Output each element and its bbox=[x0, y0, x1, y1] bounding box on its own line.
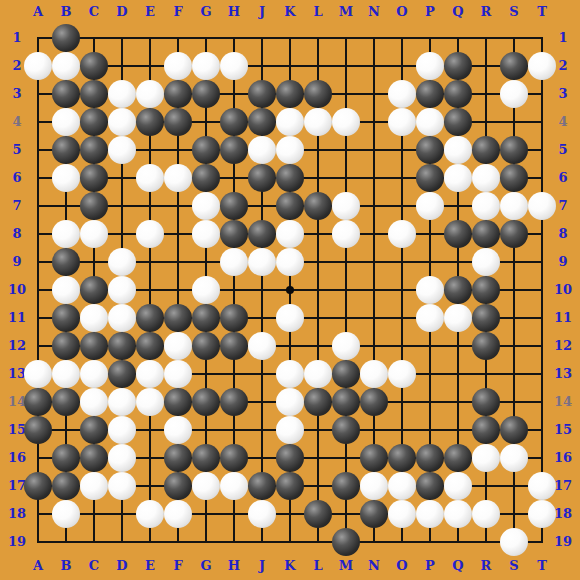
stone-black: ● bbox=[220, 136, 248, 164]
stone-white: ○ bbox=[108, 80, 136, 108]
stone-white: ○ bbox=[276, 136, 304, 164]
stone-black: ● bbox=[164, 472, 192, 500]
stone-black: ● bbox=[444, 52, 472, 80]
col-label-bottom-L: L bbox=[304, 556, 332, 576]
stone-black: ● bbox=[360, 388, 388, 416]
stone-black: ● bbox=[52, 388, 80, 416]
stone-black: ● bbox=[472, 220, 500, 248]
col-label-bottom-M: M bbox=[332, 556, 360, 576]
stone-white: ○ bbox=[276, 416, 304, 444]
stone-black: ● bbox=[472, 276, 500, 304]
stone-white: ○ bbox=[472, 248, 500, 276]
col-label-top-A: A bbox=[24, 2, 52, 22]
col-label-top-B: B bbox=[52, 2, 80, 22]
col-label-top-J: J bbox=[248, 2, 276, 22]
stone-black: ● bbox=[304, 388, 332, 416]
stone-white: ○ bbox=[472, 192, 500, 220]
stone-white: ○ bbox=[136, 220, 164, 248]
col-label-bottom-G: G bbox=[192, 556, 220, 576]
stone-black: ● bbox=[24, 388, 52, 416]
stone-black: ● bbox=[164, 304, 192, 332]
col-label-top-L: L bbox=[304, 2, 332, 22]
row-label-right-5: 5 bbox=[548, 140, 578, 160]
stone-white: ○ bbox=[52, 360, 80, 388]
row-label-left-7: 7 bbox=[2, 196, 32, 216]
stone-white: ○ bbox=[528, 192, 556, 220]
col-label-bottom-D: D bbox=[108, 556, 136, 576]
row-label-left-9: 9 bbox=[2, 252, 32, 272]
col-label-bottom-E: E bbox=[136, 556, 164, 576]
col-label-bottom-C: C bbox=[80, 556, 108, 576]
row-label-left-6: 6 bbox=[2, 168, 32, 188]
stone-black: ● bbox=[164, 444, 192, 472]
stone-black: ● bbox=[500, 136, 528, 164]
stone-white: ○ bbox=[388, 108, 416, 136]
grid-line-vertical bbox=[541, 37, 543, 543]
stone-white: ○ bbox=[416, 108, 444, 136]
stone-white: ○ bbox=[164, 52, 192, 80]
stone-white: ○ bbox=[80, 472, 108, 500]
stone-black: ● bbox=[52, 304, 80, 332]
stone-black: ● bbox=[108, 360, 136, 388]
stone-white: ○ bbox=[276, 248, 304, 276]
row-label-right-6: 6 bbox=[548, 168, 578, 188]
stone-black: ● bbox=[472, 136, 500, 164]
col-label-bottom-Q: Q bbox=[444, 556, 472, 576]
stone-black: ● bbox=[360, 444, 388, 472]
col-label-top-H: H bbox=[220, 2, 248, 22]
stone-black: ● bbox=[108, 332, 136, 360]
col-label-top-T: T bbox=[528, 2, 556, 22]
row-label-right-1: 1 bbox=[548, 28, 578, 48]
stone-white: ○ bbox=[500, 528, 528, 556]
stone-black: ● bbox=[52, 80, 80, 108]
stone-white: ○ bbox=[220, 248, 248, 276]
stone-black: ● bbox=[80, 164, 108, 192]
stone-black: ● bbox=[332, 528, 360, 556]
stone-white: ○ bbox=[108, 276, 136, 304]
stone-white: ○ bbox=[304, 108, 332, 136]
stone-white: ○ bbox=[192, 192, 220, 220]
stone-white: ○ bbox=[332, 332, 360, 360]
stone-white: ○ bbox=[360, 472, 388, 500]
row-label-right-16: 16 bbox=[548, 448, 578, 468]
stone-black: ● bbox=[416, 136, 444, 164]
stone-black: ● bbox=[472, 304, 500, 332]
stone-black: ● bbox=[136, 332, 164, 360]
stone-white: ○ bbox=[248, 248, 276, 276]
col-label-top-O: O bbox=[388, 2, 416, 22]
stone-white: ○ bbox=[108, 472, 136, 500]
stone-black: ● bbox=[472, 388, 500, 416]
stone-white: ○ bbox=[248, 500, 276, 528]
stone-white: ○ bbox=[136, 388, 164, 416]
row-label-left-12: 12 bbox=[2, 336, 32, 356]
col-label-top-G: G bbox=[192, 2, 220, 22]
stone-white: ○ bbox=[52, 52, 80, 80]
stone-black: ● bbox=[220, 388, 248, 416]
stone-black: ● bbox=[276, 444, 304, 472]
row-label-right-10: 10 bbox=[548, 280, 578, 300]
stone-white: ○ bbox=[108, 108, 136, 136]
stone-black: ● bbox=[220, 192, 248, 220]
stone-white: ○ bbox=[276, 108, 304, 136]
stone-black: ● bbox=[416, 164, 444, 192]
stone-black: ● bbox=[220, 108, 248, 136]
stone-white: ○ bbox=[192, 52, 220, 80]
row-label-left-3: 3 bbox=[2, 84, 32, 104]
col-label-bottom-R: R bbox=[472, 556, 500, 576]
col-label-bottom-A: A bbox=[24, 556, 52, 576]
stone-white: ○ bbox=[388, 500, 416, 528]
stone-white: ○ bbox=[136, 164, 164, 192]
col-label-top-K: K bbox=[276, 2, 304, 22]
stone-white: ○ bbox=[500, 80, 528, 108]
row-label-right-4: 4 bbox=[548, 112, 578, 132]
stone-black: ● bbox=[52, 136, 80, 164]
stone-white: ○ bbox=[52, 276, 80, 304]
stone-black: ● bbox=[192, 444, 220, 472]
stone-black: ● bbox=[500, 164, 528, 192]
row-label-right-11: 11 bbox=[548, 308, 578, 328]
stone-black: ● bbox=[332, 416, 360, 444]
stone-white: ○ bbox=[444, 164, 472, 192]
stone-black: ● bbox=[24, 416, 52, 444]
stone-white: ○ bbox=[136, 360, 164, 388]
stone-black: ● bbox=[500, 220, 528, 248]
stone-black: ● bbox=[220, 332, 248, 360]
stone-white: ○ bbox=[80, 388, 108, 416]
stone-black: ● bbox=[276, 80, 304, 108]
stone-black: ● bbox=[80, 192, 108, 220]
stone-black: ● bbox=[360, 500, 388, 528]
stone-white: ○ bbox=[52, 108, 80, 136]
star-point bbox=[286, 286, 294, 294]
stone-white: ○ bbox=[192, 220, 220, 248]
stone-black: ● bbox=[304, 192, 332, 220]
stone-white: ○ bbox=[416, 304, 444, 332]
stone-black: ● bbox=[248, 80, 276, 108]
stone-black: ● bbox=[416, 472, 444, 500]
stone-black: ● bbox=[304, 500, 332, 528]
col-label-bottom-K: K bbox=[276, 556, 304, 576]
stone-black: ● bbox=[192, 80, 220, 108]
stone-white: ○ bbox=[528, 52, 556, 80]
row-label-left-16: 16 bbox=[2, 448, 32, 468]
stone-black: ● bbox=[220, 444, 248, 472]
stone-white: ○ bbox=[220, 472, 248, 500]
stone-black: ● bbox=[388, 444, 416, 472]
stone-black: ● bbox=[416, 444, 444, 472]
stone-black: ● bbox=[192, 332, 220, 360]
stone-white: ○ bbox=[248, 136, 276, 164]
stone-black: ● bbox=[332, 360, 360, 388]
stone-white: ○ bbox=[164, 164, 192, 192]
stone-white: ○ bbox=[24, 360, 52, 388]
stone-white: ○ bbox=[444, 304, 472, 332]
stone-white: ○ bbox=[164, 500, 192, 528]
stone-white: ○ bbox=[388, 220, 416, 248]
stone-black: ● bbox=[444, 220, 472, 248]
stone-white: ○ bbox=[416, 192, 444, 220]
stone-white: ○ bbox=[108, 304, 136, 332]
col-label-bottom-F: F bbox=[164, 556, 192, 576]
stone-white: ○ bbox=[472, 500, 500, 528]
row-label-right-12: 12 bbox=[548, 336, 578, 356]
stone-white: ○ bbox=[108, 136, 136, 164]
stone-black: ● bbox=[248, 220, 276, 248]
col-label-top-S: S bbox=[500, 2, 528, 22]
row-label-left-19: 19 bbox=[2, 532, 32, 552]
col-label-bottom-S: S bbox=[500, 556, 528, 576]
stone-white: ○ bbox=[52, 164, 80, 192]
stone-black: ● bbox=[136, 304, 164, 332]
col-label-top-Q: Q bbox=[444, 2, 472, 22]
row-label-left-1: 1 bbox=[2, 28, 32, 48]
stone-black: ● bbox=[500, 52, 528, 80]
stone-black: ● bbox=[80, 108, 108, 136]
col-label-bottom-B: B bbox=[52, 556, 80, 576]
stone-white: ○ bbox=[248, 332, 276, 360]
stone-black: ● bbox=[248, 164, 276, 192]
stone-white: ○ bbox=[332, 192, 360, 220]
stone-black: ● bbox=[164, 388, 192, 416]
stone-white: ○ bbox=[360, 360, 388, 388]
col-label-bottom-J: J bbox=[248, 556, 276, 576]
stone-white: ○ bbox=[472, 444, 500, 472]
stone-white: ○ bbox=[164, 360, 192, 388]
stone-white: ○ bbox=[24, 52, 52, 80]
stone-white: ○ bbox=[388, 360, 416, 388]
stone-white: ○ bbox=[136, 500, 164, 528]
col-label-bottom-O: O bbox=[388, 556, 416, 576]
stone-black: ● bbox=[192, 304, 220, 332]
stone-white: ○ bbox=[500, 444, 528, 472]
stone-black: ● bbox=[304, 80, 332, 108]
row-label-right-13: 13 bbox=[548, 364, 578, 384]
stone-white: ○ bbox=[164, 416, 192, 444]
stone-black: ● bbox=[164, 108, 192, 136]
stone-white: ○ bbox=[192, 276, 220, 304]
col-label-top-D: D bbox=[108, 2, 136, 22]
stone-black: ● bbox=[52, 248, 80, 276]
stone-white: ○ bbox=[52, 220, 80, 248]
stone-white: ○ bbox=[108, 416, 136, 444]
col-label-top-P: P bbox=[416, 2, 444, 22]
stone-black: ● bbox=[52, 24, 80, 52]
col-label-bottom-H: H bbox=[220, 556, 248, 576]
stone-black: ● bbox=[192, 164, 220, 192]
row-label-right-3: 3 bbox=[548, 84, 578, 104]
stone-white: ○ bbox=[108, 444, 136, 472]
col-label-top-N: N bbox=[360, 2, 388, 22]
stone-white: ○ bbox=[332, 108, 360, 136]
stone-black: ● bbox=[220, 304, 248, 332]
grid-line-horizontal bbox=[37, 541, 543, 543]
stone-white: ○ bbox=[276, 304, 304, 332]
row-label-left-8: 8 bbox=[2, 224, 32, 244]
stone-white: ○ bbox=[444, 472, 472, 500]
col-label-top-E: E bbox=[136, 2, 164, 22]
stone-white: ○ bbox=[304, 360, 332, 388]
stone-white: ○ bbox=[444, 136, 472, 164]
stone-black: ● bbox=[220, 220, 248, 248]
stone-white: ○ bbox=[136, 80, 164, 108]
stone-black: ● bbox=[80, 80, 108, 108]
stone-black: ● bbox=[332, 388, 360, 416]
stone-black: ● bbox=[444, 444, 472, 472]
stone-black: ● bbox=[80, 444, 108, 472]
row-label-left-18: 18 bbox=[2, 504, 32, 524]
row-label-right-8: 8 bbox=[548, 224, 578, 244]
stone-black: ● bbox=[80, 276, 108, 304]
stone-white: ○ bbox=[388, 472, 416, 500]
stone-black: ● bbox=[80, 332, 108, 360]
col-label-bottom-T: T bbox=[528, 556, 556, 576]
col-label-top-C: C bbox=[80, 2, 108, 22]
stone-white: ○ bbox=[220, 52, 248, 80]
stone-white: ○ bbox=[500, 192, 528, 220]
stone-black: ● bbox=[248, 472, 276, 500]
stone-white: ○ bbox=[444, 500, 472, 528]
stone-white: ○ bbox=[80, 220, 108, 248]
col-label-top-M: M bbox=[332, 2, 360, 22]
stone-white: ○ bbox=[276, 220, 304, 248]
stone-black: ● bbox=[80, 136, 108, 164]
stone-white: ○ bbox=[528, 472, 556, 500]
row-label-left-11: 11 bbox=[2, 308, 32, 328]
stone-white: ○ bbox=[276, 360, 304, 388]
stone-white: ○ bbox=[164, 332, 192, 360]
stone-white: ○ bbox=[332, 220, 360, 248]
stone-black: ● bbox=[80, 52, 108, 80]
stone-black: ● bbox=[472, 416, 500, 444]
stone-white: ○ bbox=[416, 500, 444, 528]
stone-black: ● bbox=[192, 388, 220, 416]
stone-white: ○ bbox=[416, 52, 444, 80]
stone-white: ○ bbox=[108, 248, 136, 276]
stone-black: ● bbox=[276, 164, 304, 192]
stone-white: ○ bbox=[108, 388, 136, 416]
row-label-right-14: 14 bbox=[548, 392, 578, 412]
stone-black: ● bbox=[24, 472, 52, 500]
stone-black: ● bbox=[192, 136, 220, 164]
row-label-right-9: 9 bbox=[548, 252, 578, 272]
stone-black: ● bbox=[52, 332, 80, 360]
col-label-bottom-N: N bbox=[360, 556, 388, 576]
row-label-left-4: 4 bbox=[2, 112, 32, 132]
col-label-bottom-P: P bbox=[416, 556, 444, 576]
go-board-app: AABBCCDDEEFFGGHHJJKKLLMMNNOOPPQQRRSSTT11… bbox=[0, 0, 580, 580]
stone-white: ○ bbox=[80, 360, 108, 388]
stone-white: ○ bbox=[528, 500, 556, 528]
stone-black: ● bbox=[52, 444, 80, 472]
stone-black: ● bbox=[416, 80, 444, 108]
stone-white: ○ bbox=[80, 304, 108, 332]
stone-black: ● bbox=[80, 416, 108, 444]
stone-black: ● bbox=[444, 80, 472, 108]
stone-black: ● bbox=[276, 192, 304, 220]
stone-black: ● bbox=[136, 108, 164, 136]
row-label-left-10: 10 bbox=[2, 280, 32, 300]
stone-white: ○ bbox=[52, 500, 80, 528]
row-label-left-5: 5 bbox=[2, 140, 32, 160]
col-label-top-F: F bbox=[164, 2, 192, 22]
col-label-top-R: R bbox=[472, 2, 500, 22]
stone-black: ● bbox=[500, 416, 528, 444]
stone-white: ○ bbox=[276, 388, 304, 416]
stone-white: ○ bbox=[388, 80, 416, 108]
stone-black: ● bbox=[332, 472, 360, 500]
stone-black: ● bbox=[444, 108, 472, 136]
stone-black: ● bbox=[248, 108, 276, 136]
row-label-right-19: 19 bbox=[548, 532, 578, 552]
stone-black: ● bbox=[164, 80, 192, 108]
stone-black: ● bbox=[444, 276, 472, 304]
stone-white: ○ bbox=[472, 164, 500, 192]
stone-white: ○ bbox=[416, 276, 444, 304]
row-label-right-15: 15 bbox=[548, 420, 578, 440]
stone-black: ● bbox=[52, 472, 80, 500]
stone-black: ● bbox=[472, 332, 500, 360]
stone-white: ○ bbox=[192, 472, 220, 500]
stone-black: ● bbox=[276, 472, 304, 500]
